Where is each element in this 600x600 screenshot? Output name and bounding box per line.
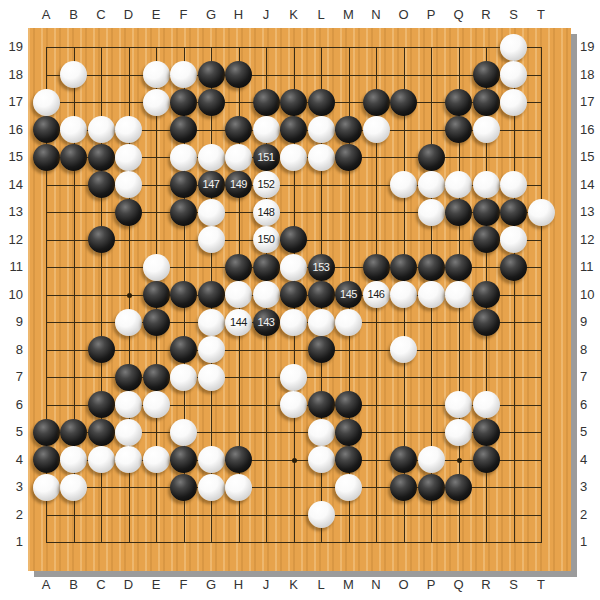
coord-label: 12	[580, 233, 600, 247]
stone-white-R14	[473, 171, 500, 198]
coord-label: A	[35, 578, 57, 592]
coord-label: 2	[0, 508, 23, 522]
stone-black-A4	[33, 446, 60, 473]
stone-black-F16	[170, 116, 197, 143]
stone-black-G17	[198, 89, 225, 116]
move-number: 147	[198, 171, 225, 198]
stone-black-R12	[473, 226, 500, 253]
stone-white-L5	[308, 419, 335, 446]
coord-label: C	[90, 8, 112, 22]
coord-label: 12	[0, 233, 23, 247]
coord-label: 1	[580, 535, 600, 549]
coord-label: 4	[580, 453, 600, 467]
stone-black-O17	[390, 89, 417, 116]
coord-label: 4	[0, 453, 23, 467]
stone-white-E6	[143, 391, 170, 418]
stone-white-P13	[418, 199, 445, 226]
stone-black-A15	[33, 144, 60, 171]
stone-white-C4	[88, 446, 115, 473]
coord-label: M	[338, 8, 360, 22]
stone-white-H9: 144	[225, 309, 252, 336]
stone-black-F10	[170, 281, 197, 308]
stone-black-P11	[418, 254, 445, 281]
coord-label: 16	[580, 123, 600, 137]
grid-line	[46, 515, 542, 516]
coord-label: F	[173, 578, 195, 592]
move-number: 152	[253, 171, 280, 198]
stone-white-F7	[170, 364, 197, 391]
stone-white-E4	[143, 446, 170, 473]
coord-label: 10	[0, 288, 23, 302]
coord-label: K	[283, 578, 305, 592]
coord-label: L	[310, 8, 332, 22]
coord-label: 3	[0, 480, 23, 494]
stone-black-J11	[253, 254, 280, 281]
coord-label: 5	[0, 425, 23, 439]
stone-black-B5	[60, 419, 87, 446]
stone-black-R4	[473, 446, 500, 473]
stone-white-K15	[280, 144, 307, 171]
coord-label: H	[228, 8, 250, 22]
coord-label: P	[420, 8, 442, 22]
coord-label: 16	[0, 123, 23, 137]
stone-black-R5	[473, 419, 500, 446]
stone-black-M16	[335, 116, 362, 143]
stone-white-B16	[60, 116, 87, 143]
stone-black-B15	[60, 144, 87, 171]
stone-black-F14	[170, 171, 197, 198]
stone-black-C8	[88, 336, 115, 363]
stone-black-F17	[170, 89, 197, 116]
stone-white-J16	[253, 116, 280, 143]
coord-label: B	[63, 8, 85, 22]
stone-black-F8	[170, 336, 197, 363]
coord-label: 2	[580, 508, 600, 522]
coord-label: D	[118, 8, 140, 22]
stone-black-E7	[143, 364, 170, 391]
stone-white-G7	[198, 364, 225, 391]
star-point	[457, 458, 462, 463]
stone-white-L9	[308, 309, 335, 336]
stone-black-M15	[335, 144, 362, 171]
coord-label: A	[35, 8, 57, 22]
star-point	[292, 458, 297, 463]
stone-black-M4	[335, 446, 362, 473]
coord-label: 8	[580, 343, 600, 357]
stone-black-L10	[308, 281, 335, 308]
stone-black-J17	[253, 89, 280, 116]
stone-white-J14: 152	[253, 171, 280, 198]
coord-label: L	[310, 578, 332, 592]
stone-white-F18	[170, 61, 197, 88]
stone-black-H18	[225, 61, 252, 88]
stone-black-D7	[115, 364, 142, 391]
coord-label: 15	[0, 150, 23, 164]
stone-black-C5	[88, 419, 115, 446]
stone-white-H10	[225, 281, 252, 308]
stone-black-H11	[225, 254, 252, 281]
stone-black-R9	[473, 309, 500, 336]
coord-label: Q	[448, 578, 470, 592]
coord-label: R	[475, 578, 497, 592]
coord-label: 13	[580, 205, 600, 219]
stone-black-P15	[418, 144, 445, 171]
stone-white-C16	[88, 116, 115, 143]
stone-white-G13	[198, 199, 225, 226]
stone-white-M9	[335, 309, 362, 336]
stone-black-C15	[88, 144, 115, 171]
coord-label: 5	[580, 425, 600, 439]
stone-white-H15	[225, 144, 252, 171]
coord-label: 10	[580, 288, 600, 302]
stone-black-R13	[473, 199, 500, 226]
stone-black-Q17	[445, 89, 472, 116]
stone-white-J13: 148	[253, 199, 280, 226]
stone-white-Q6	[445, 391, 472, 418]
grid-line	[46, 350, 542, 351]
coord-label: 18	[0, 68, 23, 82]
stone-white-B3	[60, 474, 87, 501]
stone-black-H14: 149	[225, 171, 252, 198]
stone-white-R6	[473, 391, 500, 418]
stone-black-L6	[308, 391, 335, 418]
stone-white-Q10	[445, 281, 472, 308]
coord-label: 7	[580, 370, 600, 384]
stone-black-A5	[33, 419, 60, 446]
stone-black-R17	[473, 89, 500, 116]
stone-white-P4	[418, 446, 445, 473]
coord-label: 19	[0, 40, 23, 54]
stone-black-M5	[335, 419, 362, 446]
stone-white-Q14	[445, 171, 472, 198]
coord-label: E	[145, 8, 167, 22]
stone-white-D9	[115, 309, 142, 336]
stone-white-S18	[500, 61, 527, 88]
stone-black-K17	[280, 89, 307, 116]
stone-black-D13	[115, 199, 142, 226]
stone-white-O8	[390, 336, 417, 363]
move-number: 148	[253, 199, 280, 226]
stone-white-J12: 150	[253, 226, 280, 253]
coord-label: 13	[0, 205, 23, 219]
move-number: 151	[253, 144, 280, 171]
stone-white-O10	[390, 281, 417, 308]
stone-black-O4	[390, 446, 417, 473]
star-point	[127, 293, 132, 298]
coord-label: F	[173, 8, 195, 22]
coord-label: O	[393, 8, 415, 22]
stone-black-E10	[143, 281, 170, 308]
move-number: 144	[225, 309, 252, 336]
stone-black-Q13	[445, 199, 472, 226]
stone-white-D14	[115, 171, 142, 198]
coord-label: 14	[580, 178, 600, 192]
coord-label: R	[475, 8, 497, 22]
coord-label: J	[255, 8, 277, 22]
stone-black-C6	[88, 391, 115, 418]
coord-label: J	[255, 578, 277, 592]
coord-label: 6	[0, 398, 23, 412]
stone-white-E17	[143, 89, 170, 116]
stone-white-T13	[528, 199, 555, 226]
stone-black-S11	[500, 254, 527, 281]
stone-black-L11: 153	[308, 254, 335, 281]
stone-white-K7	[280, 364, 307, 391]
coord-label: C	[90, 578, 112, 592]
stone-white-G3	[198, 474, 225, 501]
stone-white-D6	[115, 391, 142, 418]
coord-label: 18	[580, 68, 600, 82]
stone-white-G12	[198, 226, 225, 253]
coord-label: B	[63, 578, 85, 592]
stone-white-E11	[143, 254, 170, 281]
stone-white-K9	[280, 309, 307, 336]
stone-black-E9	[143, 309, 170, 336]
stone-black-G14: 147	[198, 171, 225, 198]
coord-label: N	[365, 8, 387, 22]
coord-label: K	[283, 8, 305, 22]
stone-black-O11	[390, 254, 417, 281]
stone-white-K6	[280, 391, 307, 418]
move-number: 145	[335, 281, 362, 308]
stone-white-S17	[500, 89, 527, 116]
stone-white-D16	[115, 116, 142, 143]
stone-white-G9	[198, 309, 225, 336]
move-number: 153	[308, 254, 335, 281]
stone-black-N11	[363, 254, 390, 281]
coord-label: 17	[580, 95, 600, 109]
coord-label: 1	[0, 535, 23, 549]
coord-label: 9	[580, 315, 600, 329]
stone-white-D4	[115, 446, 142, 473]
coord-label: 15	[580, 150, 600, 164]
stone-white-B18	[60, 61, 87, 88]
stone-white-N10: 146	[363, 281, 390, 308]
move-number: 149	[225, 171, 252, 198]
stone-black-F4	[170, 446, 197, 473]
coord-label: 9	[0, 315, 23, 329]
grid-line	[46, 542, 542, 543]
coord-label: T	[530, 578, 552, 592]
go-board[interactable]: 151147149152148150153145146144143	[28, 28, 571, 571]
stone-white-G8	[198, 336, 225, 363]
stone-black-L17	[308, 89, 335, 116]
stone-white-N16	[363, 116, 390, 143]
stone-white-M3	[335, 474, 362, 501]
coord-label: P	[420, 578, 442, 592]
stone-white-H3	[225, 474, 252, 501]
stone-black-M6	[335, 391, 362, 418]
stone-white-J10	[253, 281, 280, 308]
stone-white-F5	[170, 419, 197, 446]
stone-black-R18	[473, 61, 500, 88]
coord-label: S	[503, 578, 525, 592]
stone-black-Q16	[445, 116, 472, 143]
coord-label: 17	[0, 95, 23, 109]
stone-white-F15	[170, 144, 197, 171]
stone-white-L15	[308, 144, 335, 171]
stone-black-C14	[88, 171, 115, 198]
stone-black-K16	[280, 116, 307, 143]
stone-white-A17	[33, 89, 60, 116]
stone-black-J15: 151	[253, 144, 280, 171]
stone-black-K10	[280, 281, 307, 308]
coord-label: O	[393, 578, 415, 592]
stone-black-Q11	[445, 254, 472, 281]
coord-label: 7	[0, 370, 23, 384]
coord-label: G	[200, 578, 222, 592]
move-number: 143	[253, 309, 280, 336]
coord-label: T	[530, 8, 552, 22]
move-number: 146	[363, 281, 390, 308]
stone-white-Q5	[445, 419, 472, 446]
stone-white-E18	[143, 61, 170, 88]
stone-black-F3	[170, 474, 197, 501]
stone-white-L16	[308, 116, 335, 143]
stone-white-L2	[308, 501, 335, 528]
stone-black-Q3	[445, 474, 472, 501]
stone-white-D15	[115, 144, 142, 171]
stone-white-K11	[280, 254, 307, 281]
stone-black-M10: 145	[335, 281, 362, 308]
stone-white-A3	[33, 474, 60, 501]
stone-black-K12	[280, 226, 307, 253]
coord-label: 8	[0, 343, 23, 357]
stone-white-S12	[500, 226, 527, 253]
stone-black-R10	[473, 281, 500, 308]
stone-black-H16	[225, 116, 252, 143]
stone-black-P3	[418, 474, 445, 501]
stone-black-N17	[363, 89, 390, 116]
stone-black-F13	[170, 199, 197, 226]
grid-line	[541, 47, 542, 543]
stone-black-A16	[33, 116, 60, 143]
stone-white-S14	[500, 171, 527, 198]
coord-label: E	[145, 578, 167, 592]
coord-label: 14	[0, 178, 23, 192]
stone-white-B4	[60, 446, 87, 473]
coord-label: D	[118, 578, 140, 592]
coord-label: 3	[580, 480, 600, 494]
stone-black-H4	[225, 446, 252, 473]
coord-label: 11	[580, 260, 600, 274]
stone-black-L8	[308, 336, 335, 363]
stone-black-G10	[198, 281, 225, 308]
stone-black-J9: 143	[253, 309, 280, 336]
stone-black-G18	[198, 61, 225, 88]
stone-white-D5	[115, 419, 142, 446]
coord-label: N	[365, 578, 387, 592]
move-number: 150	[253, 226, 280, 253]
stone-white-R16	[473, 116, 500, 143]
coord-label: Q	[448, 8, 470, 22]
coord-label: S	[503, 8, 525, 22]
stone-black-C12	[88, 226, 115, 253]
stone-black-O3	[390, 474, 417, 501]
stone-black-S13	[500, 199, 527, 226]
coord-label: G	[200, 8, 222, 22]
coord-label: 11	[0, 260, 23, 274]
stone-white-S19	[500, 34, 527, 61]
stone-white-P14	[418, 171, 445, 198]
coord-label: M	[338, 578, 360, 592]
coord-label: H	[228, 578, 250, 592]
stone-white-P10	[418, 281, 445, 308]
stone-white-G15	[198, 144, 225, 171]
stone-white-O14	[390, 171, 417, 198]
go-game-diagram: ABCDEFGHJKLMNOPQRST ABCDEFGHJKLMNOPQRST …	[0, 0, 600, 600]
coord-label: 6	[580, 398, 600, 412]
coord-label: 19	[580, 40, 600, 54]
grid-line	[514, 47, 515, 543]
stone-white-L4	[308, 446, 335, 473]
stone-white-G4	[198, 446, 225, 473]
